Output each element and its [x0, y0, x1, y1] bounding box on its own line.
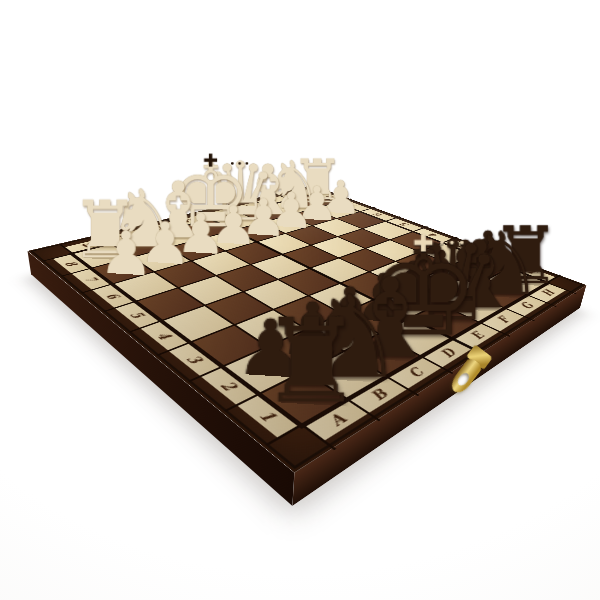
piece-dark-rook-a1[interactable]: ♜: [244, 182, 378, 405]
rank-label-6: 6: [93, 285, 133, 308]
rank-label-text: 5: [127, 310, 147, 319]
rook-glyph: ♜: [259, 303, 363, 419]
rank-label-text: 1: [255, 408, 279, 423]
chess-board: ABCDEFGH ABCDEFGH 87654321 87654321 ♜♞♝♚…: [28, 185, 587, 473]
clasp-hole: [455, 371, 471, 388]
file-label-text: A: [325, 412, 350, 429]
scene-caption: Angled photo of a folding wooden travel …: [0, 0, 1, 1]
rank-label-text: 6: [103, 292, 122, 300]
photo-backdrop: ABCDEFGH ABCDEFGH 87654321 87654321 ♜♞♝♚…: [0, 0, 600, 600]
rank-label-text: 2: [217, 379, 240, 392]
square-a6[interactable]: [115, 272, 177, 300]
piece-white-pawn-a7[interactable]: ♟: [78, 115, 174, 274]
rank-label-text: 4: [153, 331, 174, 341]
square-a5[interactable]: [138, 288, 203, 319]
rank-label-5: 5: [115, 303, 158, 328]
rank-label-text: 7: [81, 275, 99, 282]
rank-label-text: 8: [62, 260, 79, 267]
rank-label-4: 4: [141, 322, 187, 350]
rank-label-text: 3: [183, 353, 205, 365]
